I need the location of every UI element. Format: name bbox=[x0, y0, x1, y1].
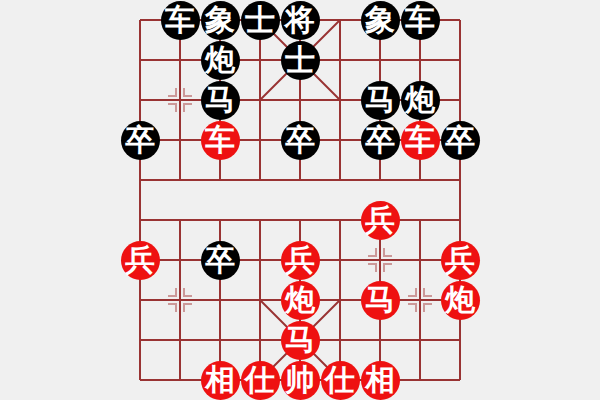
point-marker bbox=[408, 288, 432, 312]
piece-black-soldier[interactable]: 卒 bbox=[361, 121, 400, 160]
piece-black-elephant[interactable]: 象 bbox=[201, 1, 240, 40]
piece-red-advisor[interactable]: 仕 bbox=[321, 361, 360, 400]
piece-red-chariot[interactable]: 车 bbox=[401, 121, 440, 160]
piece-black-horse[interactable]: 马 bbox=[201, 81, 240, 120]
piece-red-horse[interactable]: 马 bbox=[281, 321, 320, 360]
piece-red-chariot[interactable]: 车 bbox=[201, 121, 240, 160]
piece-black-horse[interactable]: 马 bbox=[361, 81, 400, 120]
piece-red-soldier[interactable]: 兵 bbox=[361, 201, 400, 240]
piece-red-marshal[interactable]: 帅 bbox=[281, 361, 320, 400]
piece-black-chariot[interactable]: 车 bbox=[401, 1, 440, 40]
piece-red-advisor[interactable]: 仕 bbox=[241, 361, 280, 400]
piece-black-soldier[interactable]: 卒 bbox=[281, 121, 320, 160]
point-marker bbox=[168, 288, 192, 312]
piece-red-elephant[interactable]: 相 bbox=[201, 361, 240, 400]
piece-red-soldier[interactable]: 兵 bbox=[281, 241, 320, 280]
piece-black-chariot[interactable]: 车 bbox=[161, 1, 200, 40]
piece-red-horse[interactable]: 马 bbox=[361, 281, 400, 320]
piece-black-soldier[interactable]: 卒 bbox=[441, 121, 480, 160]
piece-black-soldier[interactable]: 卒 bbox=[121, 121, 160, 160]
piece-black-advisor[interactable]: 士 bbox=[281, 41, 320, 80]
point-marker bbox=[168, 88, 192, 112]
piece-red-cannon[interactable]: 炮 bbox=[441, 281, 480, 320]
point-marker bbox=[368, 248, 392, 272]
piece-black-cannon[interactable]: 炮 bbox=[401, 81, 440, 120]
piece-black-advisor[interactable]: 士 bbox=[241, 1, 280, 40]
piece-black-soldier[interactable]: 卒 bbox=[201, 241, 240, 280]
xiangqi-board[interactable]: 车象士将象车炮士马马炮卒车卒卒车卒兵兵卒兵兵炮马炮马相仕帅仕相 bbox=[120, 0, 480, 400]
piece-red-elephant[interactable]: 相 bbox=[361, 361, 400, 400]
piece-black-elephant[interactable]: 象 bbox=[361, 1, 400, 40]
piece-black-general[interactable]: 将 bbox=[281, 1, 320, 40]
piece-red-cannon[interactable]: 炮 bbox=[281, 281, 320, 320]
piece-red-soldier[interactable]: 兵 bbox=[441, 241, 480, 280]
piece-black-cannon[interactable]: 炮 bbox=[201, 41, 240, 80]
piece-red-soldier[interactable]: 兵 bbox=[121, 241, 160, 280]
